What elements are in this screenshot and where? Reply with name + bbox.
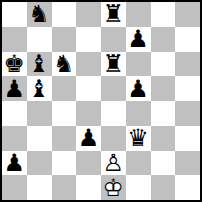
square-g6[interactable]	[151, 52, 176, 77]
square-c3[interactable]	[52, 126, 77, 151]
square-c5[interactable]	[52, 76, 77, 101]
black-knight-b8: ♞	[28, 2, 50, 26]
square-h8[interactable]	[175, 2, 200, 27]
white-king-e1: ♚♔	[103, 176, 125, 200]
square-b4[interactable]	[27, 101, 52, 126]
square-b6[interactable]: ♝	[27, 52, 52, 77]
black-pawn-a5: ♟	[4, 77, 26, 101]
square-a6[interactable]: ♚	[2, 52, 27, 77]
piece-glyph: ♛	[127, 124, 149, 152]
square-d5[interactable]	[76, 76, 101, 101]
white-piece-outline: ♙	[103, 149, 125, 177]
piece-glyph: ♚	[4, 50, 26, 78]
square-a8[interactable]	[2, 2, 27, 27]
square-h3[interactable]	[175, 126, 200, 151]
black-bishop-b6: ♝	[28, 52, 50, 76]
black-rook-e6: ♜	[103, 52, 125, 76]
square-f3[interactable]: ♛	[126, 126, 151, 151]
chess-board-frame: ♞♜♟♚♝♞♜♟♝♟♟♛♟♟♙♚♔	[0, 0, 202, 202]
square-g1[interactable]	[151, 175, 176, 200]
square-g8[interactable]	[151, 2, 176, 27]
square-e7[interactable]	[101, 27, 126, 52]
white-piece-outline: ♔	[103, 174, 125, 202]
black-bishop-b5: ♝	[28, 77, 50, 101]
square-c6[interactable]: ♞	[52, 52, 77, 77]
square-d1[interactable]	[76, 175, 101, 200]
square-d6[interactable]	[76, 52, 101, 77]
square-h7[interactable]	[175, 27, 200, 52]
black-pawn-f5: ♟	[127, 77, 149, 101]
piece-glyph: ♟	[127, 25, 149, 53]
square-b5[interactable]: ♝	[27, 76, 52, 101]
square-f4[interactable]	[126, 101, 151, 126]
square-g3[interactable]	[151, 126, 176, 151]
square-d4[interactable]	[76, 101, 101, 126]
square-f8[interactable]	[126, 2, 151, 27]
square-e4[interactable]	[101, 101, 126, 126]
black-pawn-f7: ♟	[127, 27, 149, 51]
square-b2[interactable]	[27, 151, 52, 176]
square-f2[interactable]	[126, 151, 151, 176]
square-f5[interactable]: ♟	[126, 76, 151, 101]
square-e6[interactable]: ♜	[101, 52, 126, 77]
square-g5[interactable]	[151, 76, 176, 101]
square-b3[interactable]	[27, 126, 52, 151]
square-c4[interactable]	[52, 101, 77, 126]
square-a3[interactable]	[2, 126, 27, 151]
square-h6[interactable]	[175, 52, 200, 77]
black-king-a6: ♚	[4, 52, 26, 76]
square-b7[interactable]	[27, 27, 52, 52]
square-e8[interactable]: ♜	[101, 2, 126, 27]
square-d7[interactable]	[76, 27, 101, 52]
piece-glyph: ♟	[127, 75, 149, 103]
square-a7[interactable]	[2, 27, 27, 52]
square-b1[interactable]	[27, 175, 52, 200]
square-g2[interactable]	[151, 151, 176, 176]
black-queen-f3: ♛	[127, 126, 149, 150]
square-a2[interactable]: ♟	[2, 151, 27, 176]
black-pawn-a2: ♟	[4, 151, 26, 175]
square-e3[interactable]	[101, 126, 126, 151]
square-e2[interactable]: ♟♙	[101, 151, 126, 176]
square-h1[interactable]	[175, 175, 200, 200]
piece-glyph: ♝	[28, 50, 50, 78]
square-h5[interactable]	[175, 76, 200, 101]
black-rook-e8: ♜	[103, 2, 125, 26]
piece-glyph: ♟	[78, 124, 100, 152]
square-d2[interactable]	[76, 151, 101, 176]
square-a4[interactable]	[2, 101, 27, 126]
black-knight-c6: ♞	[53, 52, 75, 76]
square-d3[interactable]: ♟	[76, 126, 101, 151]
square-c7[interactable]	[52, 27, 77, 52]
square-a1[interactable]	[2, 175, 27, 200]
square-e5[interactable]	[101, 76, 126, 101]
square-b8[interactable]: ♞	[27, 2, 52, 27]
square-g7[interactable]	[151, 27, 176, 52]
square-c1[interactable]	[52, 175, 77, 200]
square-c8[interactable]	[52, 2, 77, 27]
square-h4[interactable]	[175, 101, 200, 126]
square-f6[interactable]	[126, 52, 151, 77]
piece-glyph: ♝	[28, 75, 50, 103]
piece-glyph: ♞	[28, 0, 50, 28]
piece-glyph: ♞	[53, 50, 75, 78]
square-a5[interactable]: ♟	[2, 76, 27, 101]
piece-glyph: ♜	[103, 0, 125, 28]
square-f7[interactable]: ♟	[126, 27, 151, 52]
square-c2[interactable]	[52, 151, 77, 176]
white-pawn-e2: ♟♙	[103, 151, 125, 175]
square-f1[interactable]	[126, 175, 151, 200]
piece-glyph: ♜	[103, 50, 125, 78]
piece-glyph: ♟	[4, 75, 26, 103]
piece-glyph: ♟	[4, 149, 26, 177]
square-h2[interactable]	[175, 151, 200, 176]
chess-board: ♞♜♟♚♝♞♜♟♝♟♟♛♟♟♙♚♔	[2, 2, 200, 200]
square-e1[interactable]: ♚♔	[101, 175, 126, 200]
black-pawn-d3: ♟	[78, 126, 100, 150]
square-d8[interactable]	[76, 2, 101, 27]
square-g4[interactable]	[151, 101, 176, 126]
